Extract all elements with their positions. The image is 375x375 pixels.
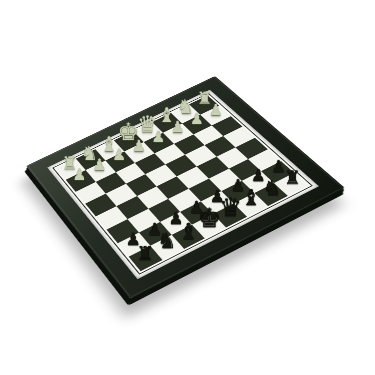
board-border-line: [52, 93, 312, 275]
chess-set-product-photo: ♜♞♝♛♚♝♞♜♟♟♟♟♟♟♟♟♟♟♟♟♟♟♟♟♜♞♝♛♚♝♞♜: [0, 0, 375, 375]
board-grid: [56, 95, 308, 271]
chess-board: [26, 76, 345, 299]
board-margin: [47, 90, 319, 280]
